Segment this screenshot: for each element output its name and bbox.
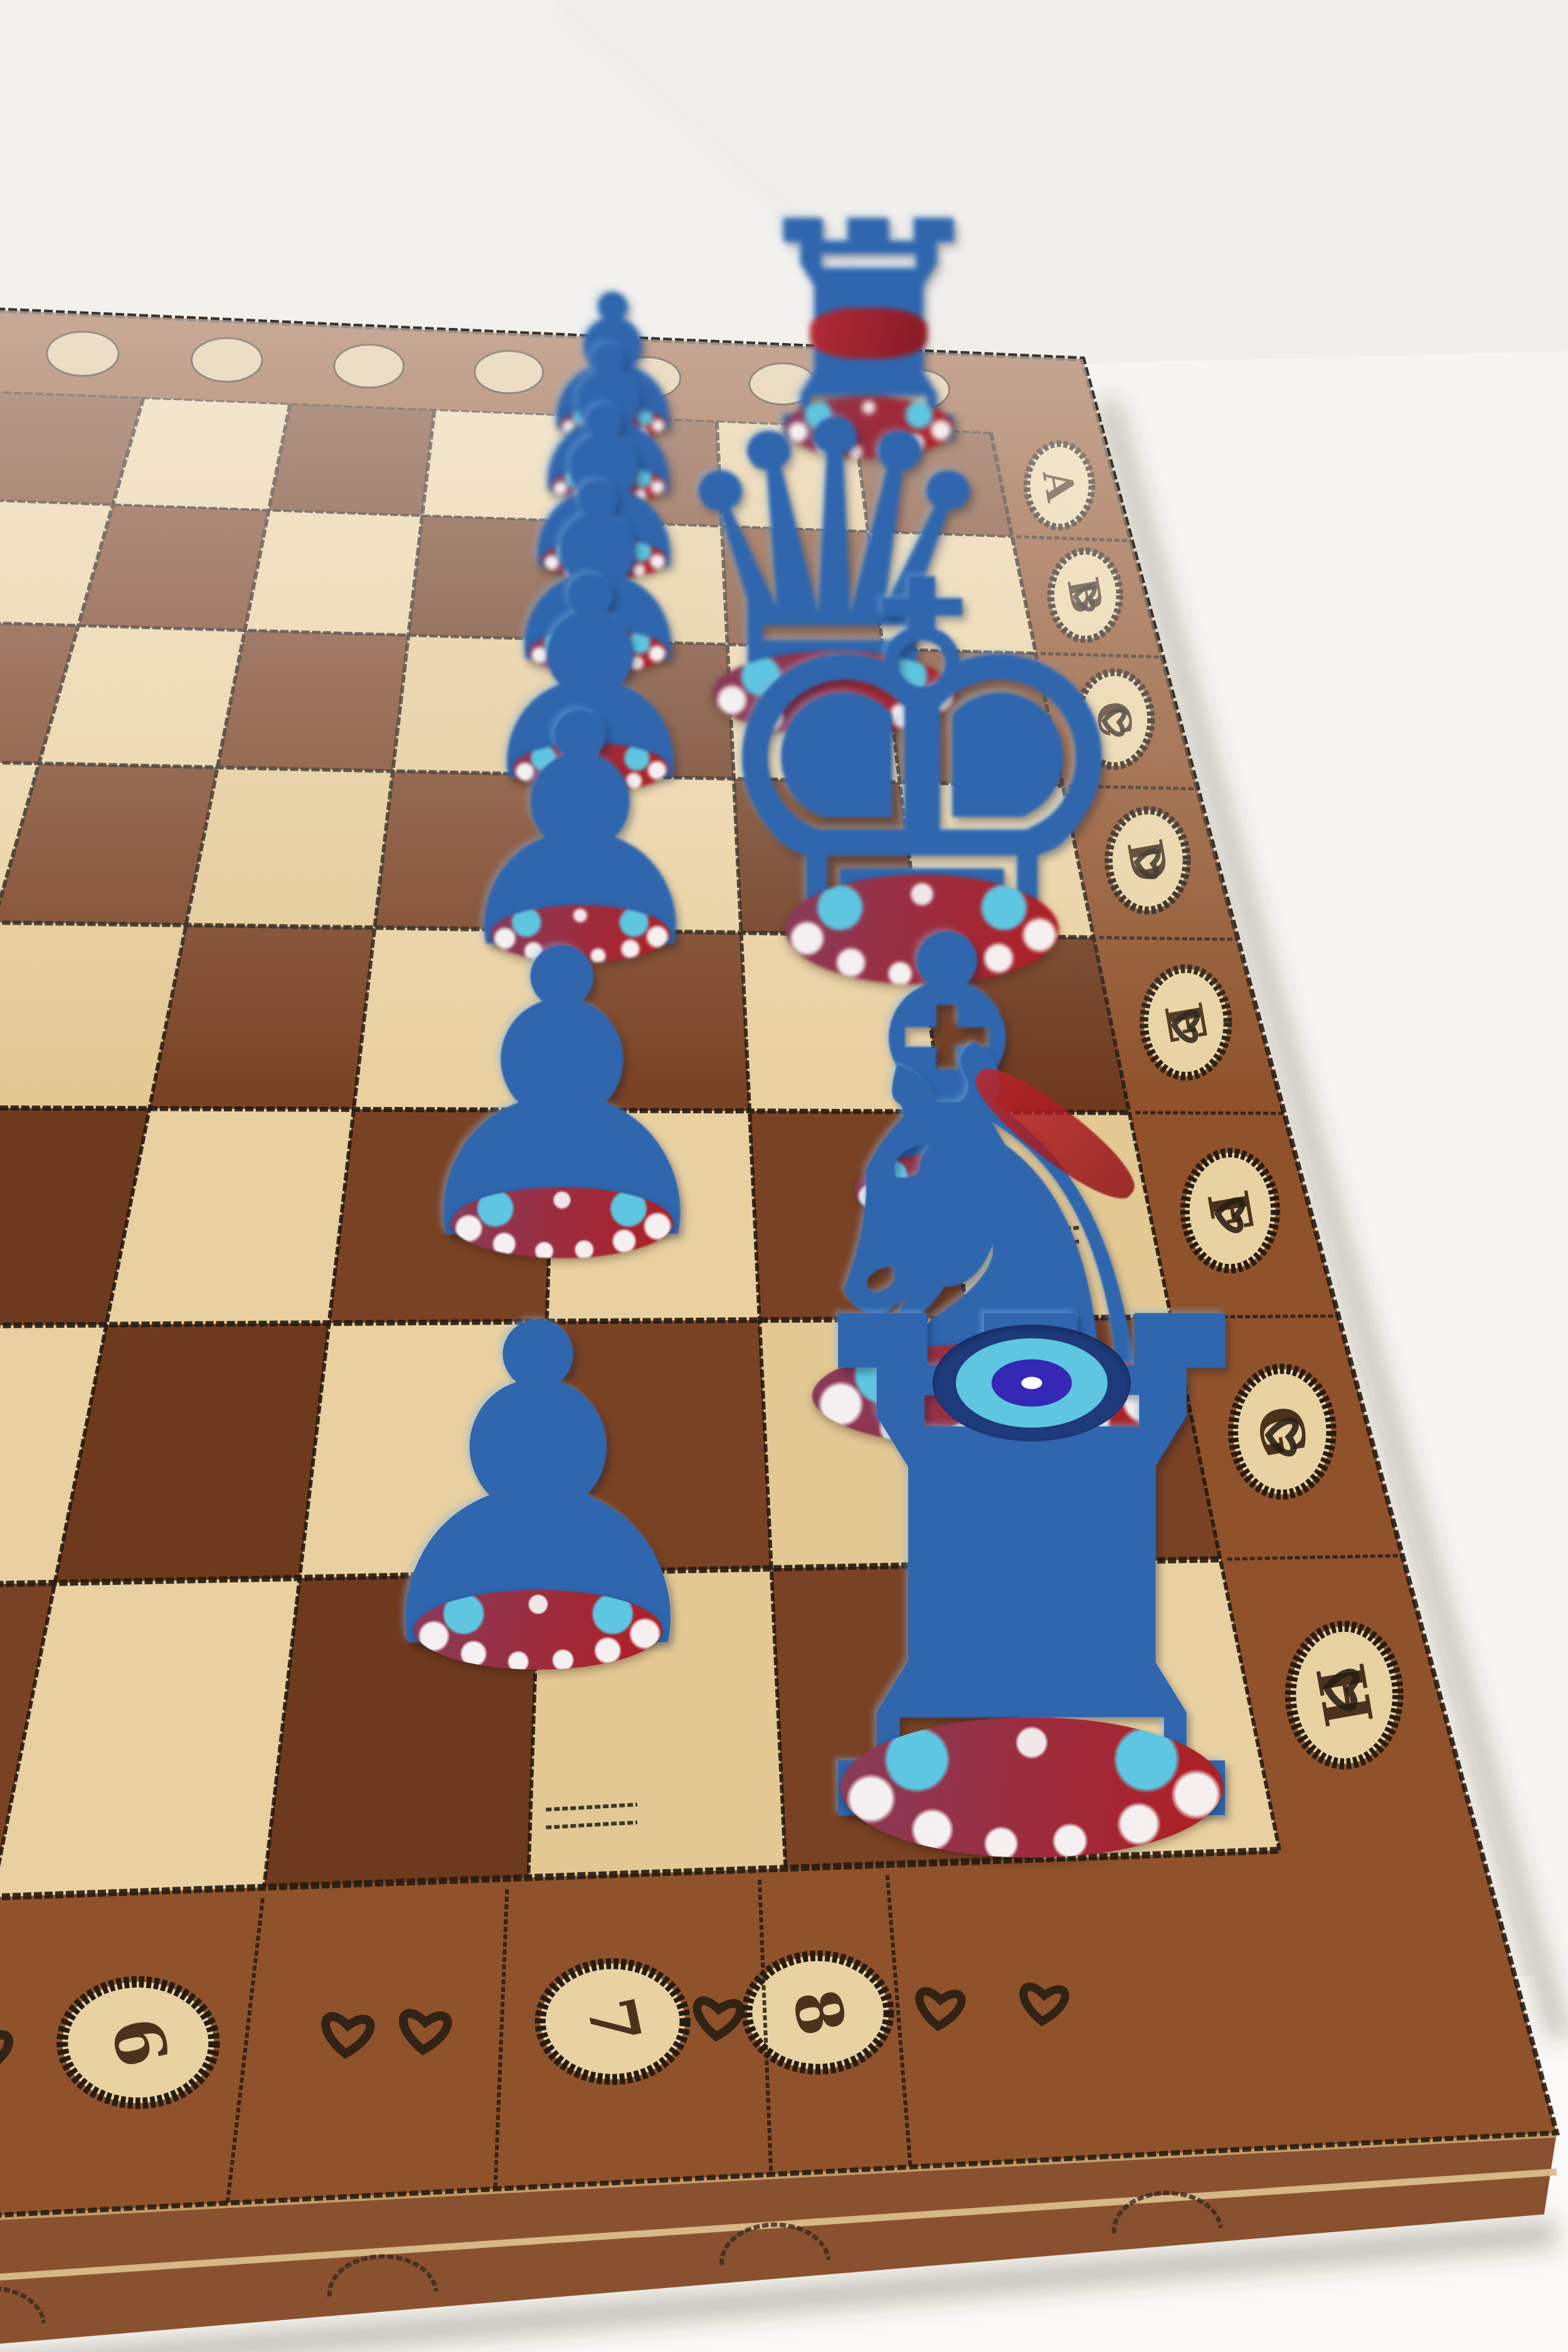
- piece-pawn-h7: ♟: [423, 1370, 654, 1665]
- piece-rook-h8: ♜: [855, 1330, 1209, 1850]
- piece-red-base: [840, 1717, 1223, 1858]
- chessboard-photo-scene: Overhead-angle photograph of a handcraft…: [0, 0, 1568, 2352]
- piece-red-base: [414, 1590, 662, 1670]
- piece-layer: ♟♜♟♟♟♛♟♟♚♝♟♞♟♜: [0, 0, 1568, 2352]
- evil-eye-rook-top: [933, 1325, 1131, 1441]
- piece-pawn-g7: ♟: [459, 991, 665, 1254]
